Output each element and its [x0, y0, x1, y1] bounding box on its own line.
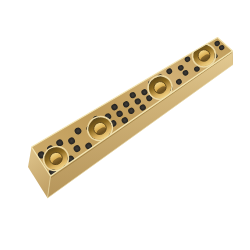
- product-image: [0, 0, 250, 250]
- wear-plate-image: [0, 0, 250, 250]
